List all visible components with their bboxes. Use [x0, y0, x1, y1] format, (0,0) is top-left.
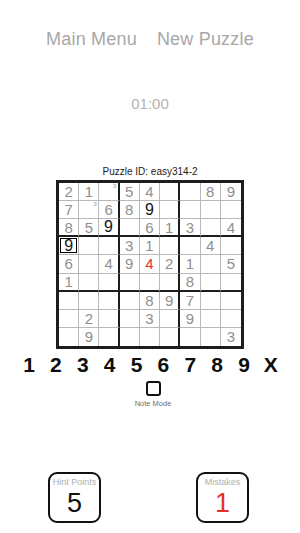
cell-value-given: 8	[125, 202, 133, 217]
sudoku-cell-r4c8[interactable]: 4	[201, 237, 221, 255]
hint-points-label: Hint Points	[53, 477, 97, 487]
sudoku-cell-r4c1[interactable]: 9	[59, 237, 79, 255]
numpad-key-5[interactable]: 5	[126, 353, 148, 377]
cell-value-given: 5	[125, 184, 133, 199]
sudoku-cell-r7c3[interactable]	[99, 292, 119, 310]
cell-value-given: 1	[165, 220, 173, 235]
sudoku-cell-r1c8[interactable]: 8	[201, 183, 221, 201]
game-timer: 01:00	[0, 95, 300, 112]
sudoku-cell-r6c7[interactable]: 8	[180, 274, 200, 292]
cell-value-given: 5	[227, 256, 235, 271]
cell-value-given: 6	[145, 220, 153, 235]
cell-value-given: 4	[104, 256, 112, 271]
numpad-key-1[interactable]: 1	[18, 353, 40, 377]
numpad-key-2[interactable]: 2	[45, 353, 67, 377]
sudoku-cell-r5c1[interactable]: 6	[59, 255, 79, 273]
numpad-key-4[interactable]: 4	[99, 353, 121, 377]
sudoku-cell-r7c7[interactable]: 7	[180, 292, 200, 310]
sudoku-cell-r9c6[interactable]	[160, 328, 180, 346]
sudoku-cell-r2c8[interactable]	[201, 201, 221, 219]
sudoku-cell-r9c8[interactable]	[201, 328, 221, 346]
cell-value-user: 9	[145, 202, 154, 218]
note-mode-checkbox[interactable]	[146, 381, 161, 396]
sudoku-cell-r2c5[interactable]: 9	[140, 201, 160, 219]
sudoku-board: 2135489736898596134931464942151889723993	[56, 180, 244, 349]
sudoku-cell-r1c1[interactable]: 2	[59, 183, 79, 201]
puzzle-id-label: Puzzle ID: easy314-2	[0, 166, 300, 177]
pencil-note: 3	[112, 183, 118, 189]
cell-value-given: 6	[104, 202, 112, 217]
sudoku-cell-r1c7[interactable]	[180, 183, 200, 201]
sudoku-cell-r5c9[interactable]: 5	[221, 255, 241, 273]
sudoku-cell-r7c8[interactable]	[201, 292, 221, 310]
number-pad: 123456789X	[18, 353, 282, 377]
sudoku-cell-r6c9[interactable]	[221, 274, 241, 292]
sudoku-cell-r9c9[interactable]: 3	[221, 328, 241, 346]
sudoku-cell-r2c2[interactable]: 3	[79, 201, 99, 219]
cell-value-given: 3	[145, 311, 153, 326]
sudoku-cell-r5c6[interactable]: 2	[160, 255, 180, 273]
cell-value-user: 9	[64, 238, 73, 254]
sudoku-cell-r6c3[interactable]	[99, 274, 119, 292]
sudoku-cell-r9c4[interactable]	[120, 328, 140, 346]
cell-value-given: 2	[165, 256, 173, 271]
sudoku-cell-r4c7[interactable]	[180, 237, 200, 255]
sudoku-cell-r7c2[interactable]	[79, 292, 99, 310]
sudoku-cell-r3c3[interactable]: 9	[99, 219, 119, 237]
sudoku-cell-r2c3[interactable]: 6	[99, 201, 119, 219]
sudoku-cell-r1c4[interactable]: 5	[120, 183, 140, 201]
sudoku-cell-r9c3[interactable]	[99, 328, 119, 346]
cell-value-given: 7	[186, 293, 194, 308]
sudoku-cell-r8c5[interactable]: 3	[140, 310, 160, 328]
sudoku-cell-r6c2[interactable]	[79, 274, 99, 292]
sudoku-cell-r8c4[interactable]	[120, 310, 140, 328]
pencil-note: 3	[92, 201, 98, 207]
sudoku-cell-r2c4[interactable]: 8	[120, 201, 140, 219]
cell-value-given: 4	[227, 220, 235, 235]
sudoku-cell-r1c6[interactable]	[160, 183, 180, 201]
sudoku-cell-r5c3[interactable]: 4	[99, 255, 119, 273]
sudoku-cell-r8c8[interactable]	[201, 310, 221, 328]
cell-value-given: 3	[227, 329, 235, 344]
sudoku-cell-r1c2[interactable]: 1	[79, 183, 99, 201]
sudoku-cell-r5c8[interactable]	[201, 255, 221, 273]
cell-value-given: 1	[85, 184, 93, 199]
new-puzzle-button[interactable]: New Puzzle	[157, 29, 254, 50]
cell-value-given: 9	[186, 311, 194, 326]
sudoku-cell-r4c5[interactable]: 1	[140, 237, 160, 255]
sudoku-cell-r9c5[interactable]	[140, 328, 160, 346]
cell-value-given: 9	[125, 256, 133, 271]
cell-value-user: 9	[104, 219, 113, 235]
cell-value-given: 2	[85, 311, 93, 326]
sudoku-cell-r2c1[interactable]: 7	[59, 201, 79, 219]
numpad-key-6[interactable]: 6	[152, 353, 174, 377]
sudoku-cell-r3c5[interactable]: 6	[140, 219, 160, 237]
sudoku-cell-r4c6[interactable]	[160, 237, 180, 255]
cell-value-error: 4	[145, 256, 153, 271]
sudoku-cell-r9c2[interactable]: 9	[79, 328, 99, 346]
sudoku-cell-r8c3[interactable]	[99, 310, 119, 328]
sudoku-cell-r7c1[interactable]	[59, 292, 79, 310]
sudoku-cell-r5c5[interactable]: 4	[140, 255, 160, 273]
sudoku-cell-r6c5[interactable]	[140, 274, 160, 292]
sudoku-cell-r9c1[interactable]	[59, 328, 79, 346]
sudoku-cell-r3c6[interactable]: 1	[160, 219, 180, 237]
numpad-erase-key[interactable]: X	[260, 353, 282, 377]
hint-points-value: 5	[67, 490, 82, 517]
sudoku-cell-r4c3[interactable]	[99, 237, 119, 255]
sudoku-cell-r5c4[interactable]: 9	[120, 255, 140, 273]
cell-value-given: 8	[206, 184, 214, 199]
mistakes-label: Mistakes	[205, 477, 241, 487]
sudoku-cell-r3c4[interactable]	[120, 219, 140, 237]
cell-value-given: 9	[165, 293, 173, 308]
sudoku-cell-r3c8[interactable]	[201, 219, 221, 237]
sudoku-cell-r7c5[interactable]: 8	[140, 292, 160, 310]
sudoku-cell-r6c4[interactable]	[120, 274, 140, 292]
numpad-key-7[interactable]: 7	[179, 353, 201, 377]
cell-value-given: 8	[145, 293, 153, 308]
cell-value-given: 3	[186, 220, 194, 235]
sudoku-cell-r4c4[interactable]: 3	[120, 237, 140, 255]
cell-value-given: 1	[64, 274, 72, 289]
numpad-key-9[interactable]: 9	[233, 353, 255, 377]
cell-value-given: 5	[85, 220, 93, 235]
sudoku-cell-r3c7[interactable]: 3	[180, 219, 200, 237]
sudoku-cell-r6c6[interactable]	[160, 274, 180, 292]
cell-value-given: 2	[64, 184, 72, 199]
sudoku-cell-r1c3[interactable]: 3	[99, 183, 119, 201]
cell-value-given: 3	[125, 238, 133, 253]
sudoku-cell-r7c4[interactable]	[120, 292, 140, 310]
cell-value-given: 1	[186, 256, 194, 271]
sudoku-cell-r6c8[interactable]	[201, 274, 221, 292]
note-mode-label: Note Mode	[113, 399, 193, 408]
cell-value-given: 6	[64, 256, 72, 271]
top-navigation: Main Menu New Puzzle	[0, 29, 300, 50]
sudoku-cell-r1c9[interactable]: 9	[221, 183, 241, 201]
sudoku-cell-r6c1[interactable]: 1	[59, 274, 79, 292]
hint-points-box[interactable]: Hint Points 5	[48, 472, 101, 523]
sudoku-cell-r4c2[interactable]	[79, 237, 99, 255]
sudoku-cell-r7c9[interactable]	[221, 292, 241, 310]
sudoku-cell-r4c9[interactable]	[221, 237, 241, 255]
sudoku-cell-r8c6[interactable]	[160, 310, 180, 328]
sudoku-cell-r5c2[interactable]	[79, 255, 99, 273]
sudoku-cell-r8c2[interactable]: 2	[79, 310, 99, 328]
sudoku-cell-r2c6[interactable]	[160, 201, 180, 219]
cell-value-given: 9	[227, 184, 235, 199]
sudoku-cell-r2c9[interactable]	[221, 201, 241, 219]
sudoku-cell-r1c5[interactable]: 4	[140, 183, 160, 201]
sudoku-cell-r5c7[interactable]: 1	[180, 255, 200, 273]
numpad-key-8[interactable]: 8	[206, 353, 228, 377]
sudoku-cell-r9c7[interactable]	[180, 328, 200, 346]
sudoku-cell-r3c9[interactable]: 4	[221, 219, 241, 237]
mistakes-value: 1	[215, 490, 230, 517]
sudoku-cell-r3c1[interactable]: 8	[59, 219, 79, 237]
cell-value-given: 7	[64, 202, 72, 217]
numpad-key-3[interactable]: 3	[72, 353, 94, 377]
sudoku-cell-r2c7[interactable]	[180, 201, 200, 219]
cell-value-given: 8	[186, 274, 194, 289]
sudoku-cell-r8c9[interactable]	[221, 310, 241, 328]
cell-value-given: 9	[85, 329, 93, 344]
mistakes-box: Mistakes 1	[196, 472, 249, 523]
cell-value-given: 8	[64, 220, 72, 235]
cell-value-given: 4	[145, 184, 153, 199]
cell-value-given: 4	[206, 238, 214, 253]
sudoku-cell-r7c6[interactable]: 9	[160, 292, 180, 310]
sudoku-cell-r8c7[interactable]: 9	[180, 310, 200, 328]
sudoku-cell-r3c2[interactable]: 5	[79, 219, 99, 237]
cell-value-given: 1	[145, 238, 153, 253]
sudoku-cell-r8c1[interactable]	[59, 310, 79, 328]
main-menu-button[interactable]: Main Menu	[46, 29, 137, 50]
sudoku-app: Main Menu New Puzzle 01:00 Puzzle ID: ea…	[0, 0, 300, 533]
